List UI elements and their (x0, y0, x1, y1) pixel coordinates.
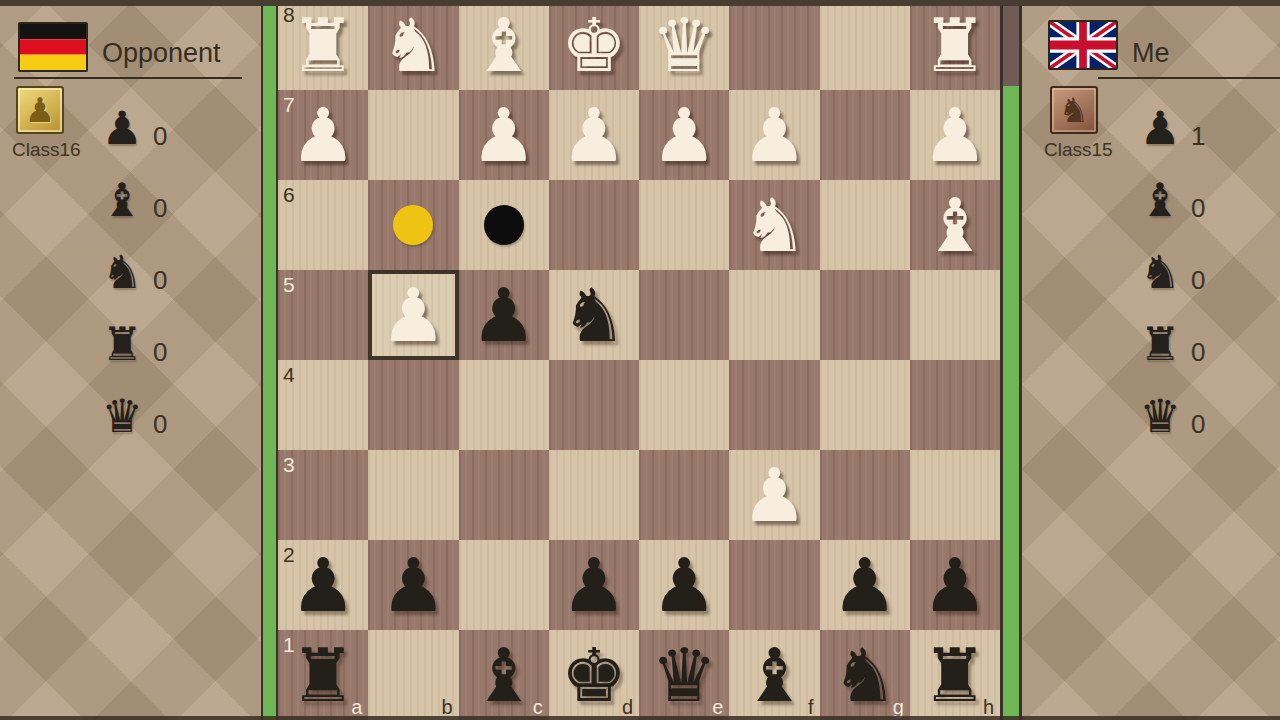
square-a3[interactable]: 3 (278, 450, 368, 540)
captured-queen-row: ♛0 (96, 380, 167, 452)
rank-label-8: 8 (283, 3, 295, 27)
white-bishop-h6: ♝ (910, 180, 1000, 270)
square-h2[interactable]: ♟ (910, 540, 1000, 630)
black-pawn-h2: ♟ (910, 540, 1000, 630)
chess-board[interactable]: 8♜♞♝♚♛♜7♟♟♟♟♟♟6♞♝5♟♟♞43♟2♟♟♟♟♟♟1a♜bc♝d♚e… (278, 0, 1000, 720)
white-pawn-f7: ♟ (729, 90, 819, 180)
captured-pawn-row: ♟1 (1134, 92, 1205, 164)
my-name: Me (1132, 38, 1170, 69)
move-hint-dot-b6 (393, 205, 433, 245)
my-timer-fill (1003, 86, 1019, 720)
square-b1[interactable]: b (368, 630, 458, 720)
black-pawn-e2: ♟ (639, 540, 729, 630)
square-e4[interactable] (639, 360, 729, 450)
captured-rook-count: 0 (1191, 337, 1205, 368)
square-c7[interactable]: ♟ (459, 90, 549, 180)
bottom-edge-strip (0, 716, 1280, 720)
knight-badge-icon: ♞ (1059, 93, 1089, 127)
captured-knight-row: ♞0 (1134, 236, 1205, 308)
square-e7[interactable]: ♟ (639, 90, 729, 180)
opponent-header-rule (14, 77, 242, 79)
black-pawn-c5: ♟ (459, 270, 549, 360)
white-king-d8: ♚ (549, 0, 639, 90)
square-a6[interactable]: 6 (278, 180, 368, 270)
opponent-panel: Opponent ♟ Class16 ♟0♝0♞0♜0♛0 (0, 0, 261, 720)
pawn-badge-icon: ♟ (25, 93, 55, 127)
square-g7[interactable] (820, 90, 910, 180)
square-c5[interactable]: ♟ (459, 270, 549, 360)
square-a7[interactable]: 7♟ (278, 90, 368, 180)
square-h3[interactable] (910, 450, 1000, 540)
white-pawn-c7: ♟ (459, 90, 549, 180)
square-h4[interactable] (910, 360, 1000, 450)
captured-bishop-count: 0 (153, 193, 167, 224)
opponent-captured-list: ♟0♝0♞0♜0♛0 (96, 92, 167, 452)
square-c6[interactable] (459, 180, 549, 270)
square-h7[interactable]: ♟ (910, 90, 1000, 180)
square-a1[interactable]: 1a♜ (278, 630, 368, 720)
square-g3[interactable] (820, 450, 910, 540)
square-f6[interactable]: ♞ (729, 180, 819, 270)
my-timer-bar (1000, 0, 1022, 720)
square-d4[interactable] (549, 360, 639, 450)
white-pawn-h7: ♟ (910, 90, 1000, 180)
square-d7[interactable]: ♟ (549, 90, 639, 180)
square-e6[interactable] (639, 180, 729, 270)
square-d5[interactable]: ♞ (549, 270, 639, 360)
queen-icon: ♛ (96, 393, 148, 439)
my-panel: Me ♞ Class15 ♟1♝0♞0♜0♛0 (1022, 0, 1280, 720)
rank-label-3: 3 (283, 453, 295, 477)
square-b2[interactable]: ♟ (368, 540, 458, 630)
captured-rook-row: ♜0 (1134, 308, 1205, 380)
top-edge-strip (0, 0, 1280, 6)
square-a4[interactable]: 4 (278, 360, 368, 450)
square-f1[interactable]: f♝ (729, 630, 819, 720)
captured-pawn-count: 0 (153, 121, 167, 152)
square-h6[interactable]: ♝ (910, 180, 1000, 270)
my-class-label: Class15 (1044, 139, 1113, 161)
square-e8[interactable]: ♛ (639, 0, 729, 90)
square-g6[interactable] (820, 180, 910, 270)
black-bishop-f1: ♝ (729, 630, 819, 720)
square-g4[interactable] (820, 360, 910, 450)
white-rook-h8: ♜ (910, 0, 1000, 90)
white-knight-b8: ♞ (368, 0, 458, 90)
rook-icon: ♜ (1134, 321, 1186, 367)
square-h8[interactable]: ♜ (910, 0, 1000, 90)
rank-label-7: 7 (283, 93, 295, 117)
rank-label-2: 2 (283, 543, 295, 567)
captured-pawn-count: 1 (1191, 121, 1205, 152)
square-c1[interactable]: c♝ (459, 630, 549, 720)
square-b8[interactable]: ♞ (368, 0, 458, 90)
my-captured-list: ♟1♝0♞0♜0♛0 (1134, 92, 1205, 452)
square-f8[interactable] (729, 0, 819, 90)
white-bishop-c8: ♝ (459, 0, 549, 90)
square-d3[interactable] (549, 450, 639, 540)
square-c2[interactable] (459, 540, 549, 630)
square-b7[interactable] (368, 90, 458, 180)
square-a8[interactable]: 8♜ (278, 0, 368, 90)
square-b6[interactable] (368, 180, 458, 270)
rook-icon: ♜ (96, 321, 148, 367)
captured-queen-row: ♛0 (1134, 380, 1205, 452)
square-e5[interactable] (639, 270, 729, 360)
square-a2[interactable]: 2♟ (278, 540, 368, 630)
opponent-timer-fill (263, 0, 276, 720)
captured-knight-count: 0 (1191, 265, 1205, 296)
square-g8[interactable] (820, 0, 910, 90)
bishop-icon: ♝ (1134, 177, 1186, 223)
square-e1[interactable]: e♛ (639, 630, 729, 720)
square-g5[interactable] (820, 270, 910, 360)
opponent-timer-bar (261, 0, 278, 720)
rank-label-4: 4 (283, 363, 295, 387)
move-hint-dot-c6 (484, 205, 524, 245)
opponent-class-label: Class16 (12, 139, 81, 161)
square-d8[interactable]: ♚ (549, 0, 639, 90)
white-pawn-b5: ♟ (368, 270, 458, 360)
bishop-icon: ♝ (96, 177, 148, 223)
white-queen-e8: ♛ (639, 0, 729, 90)
pawn-icon: ♟ (1134, 105, 1186, 151)
square-c3[interactable] (459, 450, 549, 540)
captured-queen-count: 0 (153, 409, 167, 440)
square-c4[interactable] (459, 360, 549, 450)
square-b4[interactable] (368, 360, 458, 450)
square-g1[interactable]: g♞ (820, 630, 910, 720)
square-b5[interactable]: ♟ (368, 270, 458, 360)
pawn-icon: ♟ (96, 105, 148, 151)
captured-bishop-row: ♝0 (96, 164, 167, 236)
square-b3[interactable] (368, 450, 458, 540)
rank-label-1: 1 (283, 633, 295, 657)
captured-rook-row: ♜0 (96, 308, 167, 380)
black-pawn-d2: ♟ (549, 540, 639, 630)
knight-icon: ♞ (96, 249, 148, 295)
my-timer-track (1003, 0, 1019, 720)
white-pawn-e7: ♟ (639, 90, 729, 180)
square-f3[interactable]: ♟ (729, 450, 819, 540)
captured-rook-count: 0 (153, 337, 167, 368)
square-f2[interactable] (729, 540, 819, 630)
opponent-class-badge: ♟ (16, 86, 64, 134)
square-a5[interactable]: 5 (278, 270, 368, 360)
white-knight-f6: ♞ (729, 180, 819, 270)
square-f5[interactable] (729, 270, 819, 360)
rank-label-6: 6 (283, 183, 295, 207)
captured-bishop-row: ♝0 (1134, 164, 1205, 236)
square-h5[interactable] (910, 270, 1000, 360)
square-d1[interactable]: d♚ (549, 630, 639, 720)
rank-label-5: 5 (283, 273, 295, 297)
square-f7[interactable]: ♟ (729, 90, 819, 180)
captured-pawn-row: ♟0 (96, 92, 167, 164)
white-pawn-f3: ♟ (729, 450, 819, 540)
square-d2[interactable]: ♟ (549, 540, 639, 630)
captured-queen-count: 0 (1191, 409, 1205, 440)
square-c8[interactable]: ♝ (459, 0, 549, 90)
my-class-badge: ♞ (1050, 86, 1098, 134)
captured-knight-row: ♞0 (96, 236, 167, 308)
my-header-rule (1098, 77, 1280, 79)
uk-flag-icon (1048, 20, 1118, 70)
black-knight-d5: ♞ (549, 270, 639, 360)
queen-icon: ♛ (1134, 393, 1186, 439)
captured-knight-count: 0 (153, 265, 167, 296)
knight-icon: ♞ (1134, 249, 1186, 295)
captured-bishop-count: 0 (1191, 193, 1205, 224)
black-pawn-b2: ♟ (368, 540, 458, 630)
square-d6[interactable] (549, 180, 639, 270)
chess-app-screen: Opponent ♟ Class16 ♟0♝0♞0♜0♛0 8♜♞♝♚♛♜7♟♟… (0, 0, 1280, 720)
square-e2[interactable]: ♟ (639, 540, 729, 630)
square-e3[interactable] (639, 450, 729, 540)
germany-flag-icon (18, 22, 88, 72)
square-f4[interactable] (729, 360, 819, 450)
square-g2[interactable]: ♟ (820, 540, 910, 630)
opponent-name: Opponent (102, 38, 221, 69)
square-h1[interactable]: h♜ (910, 630, 1000, 720)
white-pawn-d7: ♟ (549, 90, 639, 180)
black-pawn-g2: ♟ (820, 540, 910, 630)
